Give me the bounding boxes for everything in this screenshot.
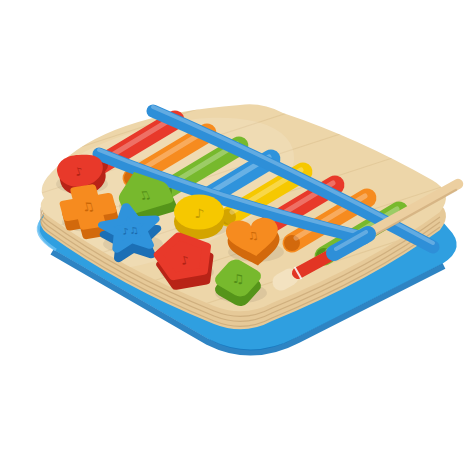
product-photo: ♪ ♫ ♫ ♪♫	[0, 0, 470, 470]
music-note-icon: ♫	[231, 271, 244, 285]
music-note-icon: ♫	[246, 229, 260, 243]
mallet-tip	[281, 277, 290, 282]
music-note-icon: ♪	[194, 206, 204, 220]
toy-illustration: ♪ ♫ ♫ ♪♫	[0, 0, 470, 470]
music-note-icon: ♪♫	[121, 225, 139, 237]
